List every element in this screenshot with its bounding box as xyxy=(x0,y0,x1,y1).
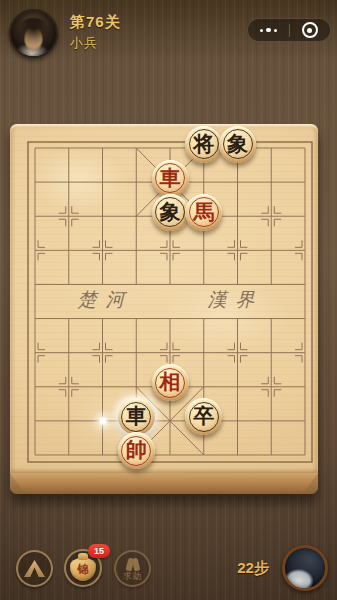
player-avatar[interactable] xyxy=(9,9,58,58)
piece-red-chariot[interactable]: 車 xyxy=(152,160,189,197)
river-label-right: 漢界 xyxy=(196,289,266,311)
more-dots-icon xyxy=(266,28,271,33)
hint-bag-button[interactable]: 锦 15 xyxy=(64,549,102,587)
more-dots-icon xyxy=(260,29,263,32)
more-menu-button[interactable] xyxy=(248,19,289,41)
piece-black-elephant[interactable]: 象 xyxy=(219,126,256,163)
level-subtitle: 小兵 xyxy=(70,34,98,52)
piece-black-elephant[interactable]: 象 xyxy=(152,194,189,231)
wechat-capsule xyxy=(247,18,331,42)
board-front-edge xyxy=(10,473,318,494)
piece-char: 象 xyxy=(160,202,181,223)
target-circle-icon xyxy=(302,22,318,38)
bag-char: 锦 xyxy=(78,562,89,577)
move-counter: 22步 xyxy=(228,559,278,578)
river-label-left: 楚河 xyxy=(66,289,136,311)
exit-button[interactable] xyxy=(290,19,331,41)
help-label: 求助 xyxy=(123,572,142,581)
piece-char: 馬 xyxy=(193,202,214,223)
menu-button[interactable] xyxy=(16,550,53,587)
more-dots-icon xyxy=(274,29,277,32)
level-title: 第76关 xyxy=(70,13,121,32)
piece-red-elephant[interactable]: 相 xyxy=(152,364,189,401)
piece-char: 車 xyxy=(160,168,181,189)
piece-char: 車 xyxy=(126,406,147,427)
piece-char: 卒 xyxy=(193,406,214,427)
piece-black-general[interactable]: 将 xyxy=(185,126,222,163)
piece-red-general[interactable]: 帥 xyxy=(118,432,155,469)
hint-count-badge: 15 xyxy=(88,544,110,558)
piece-char: 象 xyxy=(227,134,248,155)
pyramid-chevron-icon xyxy=(24,560,45,577)
piece-char: 帥 xyxy=(126,440,147,461)
last-move-marker xyxy=(98,416,108,426)
piece-red-horse[interactable]: 馬 xyxy=(185,194,222,231)
piece-char: 相 xyxy=(160,372,181,393)
money-bag-icon: 锦 xyxy=(70,558,96,581)
ask-help-button[interactable]: 求助 xyxy=(114,550,151,587)
opponent-avatar[interactable] xyxy=(282,545,328,591)
piece-black-chariot[interactable]: 車 xyxy=(118,398,155,435)
praying-hands-icon xyxy=(125,558,141,571)
piece-char: 将 xyxy=(193,134,214,155)
